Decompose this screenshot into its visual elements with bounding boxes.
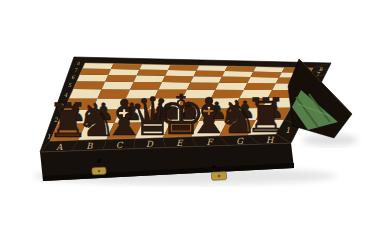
board-square	[111, 64, 142, 70]
board-square	[134, 75, 166, 82]
board-square	[222, 71, 253, 77]
board-square	[108, 69, 139, 75]
board-square	[251, 72, 282, 78]
brass-clasp	[211, 172, 226, 181]
board-square	[137, 70, 168, 76]
board-square	[73, 81, 105, 89]
chess-photo-svg: ABCDEFGH1122334455667788♟♟♟♟♟♟♟♟♜♞♝♚♛♝♞♜	[0, 0, 385, 237]
board-square	[165, 70, 196, 76]
board-scene: ABCDEFGH1122334455667788♟♟♟♟♟♟♟♟♜♞♝♚♛♝♞♜	[0, 0, 385, 237]
latch-hole-right	[212, 165, 216, 169]
board-square	[247, 77, 279, 83]
latch-hole-left	[97, 159, 101, 163]
chess-set-product-photo: ABCDEFGH1122334455667788♟♟♟♟♟♟♟♟♜♞♝♚♛♝♞♜	[0, 0, 385, 237]
board-square	[77, 75, 109, 82]
board-square	[83, 63, 114, 69]
board-square	[162, 76, 194, 83]
chess-piece-a1: ♜	[47, 93, 89, 148]
board-square	[140, 64, 171, 70]
board-square	[191, 76, 223, 83]
board-square	[219, 77, 251, 83]
board-square	[80, 69, 111, 75]
board-square	[168, 65, 199, 71]
brass-clasp	[92, 167, 106, 175]
board-square	[105, 75, 137, 82]
board-square	[194, 71, 225, 77]
